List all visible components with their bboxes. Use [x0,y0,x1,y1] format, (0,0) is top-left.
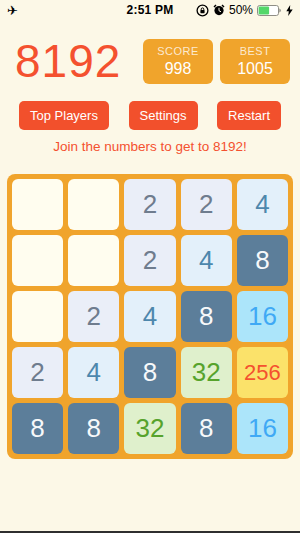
tile-4: 4 [124,291,175,342]
tile-32: 32 [181,347,232,398]
status-bar: ✈ 2:51 PM 50% [0,0,300,20]
empty-cell [12,179,63,230]
status-time: 2:51 PM [0,3,300,17]
tile-4: 4 [237,179,288,230]
best-label: BEST [240,45,271,57]
tile-4: 4 [181,235,232,286]
tile-8: 8 [68,403,119,454]
tile-8: 8 [12,403,63,454]
tile-8: 8 [237,235,288,286]
tile-2: 2 [12,347,63,398]
tile-16: 16 [237,403,288,454]
tile-2: 2 [124,179,175,230]
score-box: SCORE 998 [143,39,213,84]
restart-button[interactable]: Restart [217,101,281,130]
best-box: BEST 1005 [220,39,290,84]
tile-8: 8 [181,291,232,342]
app-title: 8192 [15,38,121,84]
empty-cell [68,179,119,230]
toolbar: Top Players Settings Restart [0,101,300,130]
empty-cell [68,235,119,286]
tile-8: 8 [124,347,175,398]
empty-cell [12,291,63,342]
empty-cell [12,235,63,286]
best-value: 1005 [237,60,273,78]
score-boxes: SCORE 998 BEST 1005 [143,39,290,84]
score-label: SCORE [157,45,199,57]
tile-2: 2 [181,179,232,230]
tile-256: 256 [237,347,288,398]
tile-4: 4 [68,347,119,398]
settings-button[interactable]: Settings [129,101,198,130]
tile-16: 16 [237,291,288,342]
score-value: 998 [165,60,192,78]
subtitle: Join the numbers to get to 8192! [0,139,300,154]
tile-8: 8 [181,403,232,454]
top-players-button[interactable]: Top Players [19,101,109,130]
tile-32: 32 [124,403,175,454]
tile-2: 2 [68,291,119,342]
board-grid[interactable]: 22424824816248322568832816 [7,174,293,459]
header: 8192 SCORE 998 BEST 1005 [0,38,300,84]
tile-2: 2 [124,235,175,286]
